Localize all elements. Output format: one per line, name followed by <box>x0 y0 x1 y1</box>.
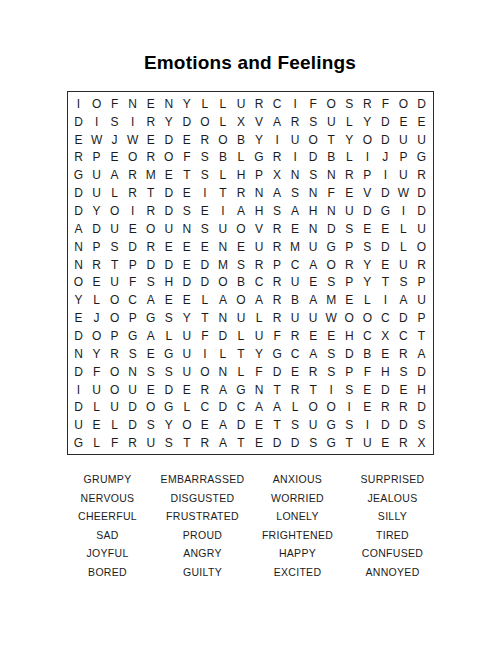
grid-cell[interactable]: O <box>142 398 160 416</box>
grid-cell[interactable]: E <box>232 238 250 256</box>
grid-cell[interactable]: N <box>304 184 322 202</box>
grid-cell[interactable]: R <box>196 131 214 149</box>
grid-cell[interactable]: R <box>268 149 286 167</box>
grid-cell[interactable]: P <box>106 327 124 345</box>
grid-cell[interactable]: F <box>376 95 394 113</box>
grid-cell[interactable]: D <box>124 398 142 416</box>
grid-cell[interactable]: E <box>142 95 160 113</box>
grid-cell[interactable]: S <box>142 363 160 381</box>
grid-cell[interactable]: P <box>88 238 106 256</box>
grid-cell[interactable]: U <box>142 434 160 452</box>
grid-cell[interactable]: D <box>214 398 232 416</box>
grid-cell[interactable]: U <box>178 345 196 363</box>
grid-cell[interactable]: V <box>358 184 376 202</box>
grid-cell[interactable]: U <box>214 220 232 238</box>
grid-cell[interactable]: E <box>178 381 196 399</box>
grid-cell[interactable]: L <box>196 95 214 113</box>
grid-cell[interactable]: Y <box>358 274 376 292</box>
grid-cell[interactable]: R <box>340 166 358 184</box>
grid-cell[interactable]: O <box>304 398 322 416</box>
grid-cell[interactable]: C <box>376 309 394 327</box>
grid-cell[interactable]: G <box>70 166 88 184</box>
grid-cell[interactable]: L <box>340 113 358 131</box>
grid-cell[interactable]: R <box>268 220 286 238</box>
grid-cell[interactable]: E <box>376 345 394 363</box>
grid-cell[interactable]: E <box>88 274 106 292</box>
grid-cell[interactable]: D <box>412 184 430 202</box>
grid-cell[interactable]: M <box>322 291 340 309</box>
grid-cell[interactable]: C <box>286 345 304 363</box>
grid-cell[interactable]: F <box>304 95 322 113</box>
grid-cell[interactable]: D <box>394 309 412 327</box>
grid-cell[interactable]: D <box>268 434 286 452</box>
grid-cell[interactable]: D <box>322 220 340 238</box>
grid-cell[interactable]: T <box>178 434 196 452</box>
grid-cell[interactable]: O <box>232 220 250 238</box>
grid-cell[interactable]: E <box>358 220 376 238</box>
grid-cell[interactable]: E <box>340 184 358 202</box>
grid-cell[interactable]: G <box>322 416 340 434</box>
grid-cell[interactable]: G <box>142 309 160 327</box>
grid-cell[interactable]: Y <box>178 309 196 327</box>
grid-cell[interactable]: N <box>70 238 88 256</box>
grid-cell[interactable]: L <box>358 291 376 309</box>
grid-cell[interactable]: N <box>70 345 88 363</box>
grid-cell[interactable]: U <box>394 166 412 184</box>
grid-cell[interactable]: M <box>286 238 304 256</box>
grid-cell[interactable]: N <box>214 309 232 327</box>
grid-cell[interactable]: L <box>88 398 106 416</box>
grid-cell[interactable]: F <box>106 95 124 113</box>
grid-cell[interactable]: P <box>394 149 412 167</box>
grid-cell[interactable]: A <box>106 166 124 184</box>
grid-cell[interactable]: O <box>358 309 376 327</box>
grid-cell[interactable]: S <box>106 238 124 256</box>
grid-cell[interactable]: G <box>322 238 340 256</box>
grid-cell[interactable]: L <box>214 113 232 131</box>
grid-cell[interactable]: O <box>178 416 196 434</box>
grid-cell[interactable]: D <box>376 381 394 399</box>
grid-cell[interactable]: I <box>322 381 340 399</box>
grid-cell[interactable]: R <box>124 434 142 452</box>
grid-cell[interactable]: O <box>196 363 214 381</box>
grid-cell[interactable]: D <box>70 202 88 220</box>
grid-cell[interactable]: D <box>268 363 286 381</box>
grid-cell[interactable]: P <box>340 274 358 292</box>
grid-cell[interactable]: Y <box>358 256 376 274</box>
grid-cell[interactable]: I <box>196 184 214 202</box>
grid-cell[interactable]: Y <box>250 345 268 363</box>
grid-cell[interactable]: L <box>394 220 412 238</box>
grid-cell[interactable]: O <box>70 274 88 292</box>
grid-cell[interactable]: D <box>394 416 412 434</box>
grid-cell[interactable]: D <box>160 131 178 149</box>
grid-cell[interactable]: E <box>160 166 178 184</box>
grid-cell[interactable]: Y <box>178 95 196 113</box>
grid-cell[interactable]: N <box>178 220 196 238</box>
grid-cell[interactable]: T <box>268 416 286 434</box>
grid-cell[interactable]: L <box>88 291 106 309</box>
grid-cell[interactable]: E <box>196 416 214 434</box>
grid-cell[interactable]: R <box>412 256 430 274</box>
grid-cell[interactable]: N <box>124 363 142 381</box>
grid-cell[interactable]: T <box>232 434 250 452</box>
grid-cell[interactable]: R <box>286 113 304 131</box>
grid-cell[interactable]: N <box>322 166 340 184</box>
grid-cell[interactable]: L <box>214 166 232 184</box>
grid-cell[interactable]: B <box>358 345 376 363</box>
grid-cell[interactable]: U <box>340 202 358 220</box>
grid-cell[interactable]: Y <box>88 202 106 220</box>
grid-cell[interactable]: U <box>412 291 430 309</box>
grid-cell[interactable]: S <box>412 416 430 434</box>
grid-cell[interactable]: D <box>412 202 430 220</box>
grid-cell[interactable]: G <box>322 434 340 452</box>
grid-cell[interactable]: A <box>286 202 304 220</box>
grid-cell[interactable]: T <box>142 184 160 202</box>
grid-cell[interactable]: L <box>232 149 250 167</box>
grid-cell[interactable]: U <box>124 381 142 399</box>
grid-cell[interactable]: S <box>196 166 214 184</box>
grid-cell[interactable]: S <box>160 309 178 327</box>
grid-cell[interactable]: Y <box>340 131 358 149</box>
grid-cell[interactable]: C <box>286 256 304 274</box>
grid-cell[interactable]: I <box>286 95 304 113</box>
grid-cell[interactable]: R <box>340 256 358 274</box>
grid-cell[interactable]: O <box>358 131 376 149</box>
grid-cell[interactable]: U <box>232 95 250 113</box>
grid-cell[interactable]: H <box>412 381 430 399</box>
grid-cell[interactable]: E <box>178 184 196 202</box>
grid-cell[interactable]: I <box>394 202 412 220</box>
grid-cell[interactable]: E <box>340 291 358 309</box>
grid-cell[interactable]: I <box>286 149 304 167</box>
grid-cell[interactable]: O <box>160 149 178 167</box>
grid-cell[interactable]: E <box>304 327 322 345</box>
grid-cell[interactable]: E <box>124 220 142 238</box>
grid-cell[interactable]: U <box>304 309 322 327</box>
grid-cell[interactable]: R <box>268 274 286 292</box>
grid-cell[interactable]: V <box>250 113 268 131</box>
grid-cell[interactable]: I <box>214 202 232 220</box>
grid-cell[interactable]: E <box>196 202 214 220</box>
grid-cell[interactable]: U <box>106 274 124 292</box>
grid-cell[interactable]: R <box>268 291 286 309</box>
grid-cell[interactable]: D <box>70 398 88 416</box>
grid-cell[interactable]: D <box>376 131 394 149</box>
grid-cell[interactable]: H <box>160 274 178 292</box>
grid-cell[interactable]: D <box>376 416 394 434</box>
grid-cell[interactable]: D <box>178 113 196 131</box>
grid-cell[interactable]: S <box>394 363 412 381</box>
grid-cell[interactable]: E <box>358 381 376 399</box>
grid-cell[interactable]: A <box>142 327 160 345</box>
grid-cell[interactable]: O <box>340 309 358 327</box>
grid-cell[interactable]: S <box>232 256 250 274</box>
grid-cell[interactable]: L <box>88 434 106 452</box>
grid-cell[interactable]: D <box>124 416 142 434</box>
grid-cell[interactable]: U <box>88 166 106 184</box>
grid-cell[interactable]: O <box>322 256 340 274</box>
grid-cell[interactable]: E <box>88 416 106 434</box>
grid-cell[interactable]: N <box>304 220 322 238</box>
grid-cell[interactable]: I <box>70 95 88 113</box>
grid-cell[interactable]: R <box>376 398 394 416</box>
grid-cell[interactable]: L <box>178 398 196 416</box>
grid-cell[interactable]: B <box>322 149 340 167</box>
grid-cell[interactable]: U <box>412 131 430 149</box>
grid-cell[interactable]: L <box>286 398 304 416</box>
grid-cell[interactable]: R <box>286 381 304 399</box>
grid-cell[interactable]: P <box>124 309 142 327</box>
grid-cell[interactable]: T <box>322 131 340 149</box>
grid-cell[interactable]: D <box>412 95 430 113</box>
grid-cell[interactable]: Y <box>160 416 178 434</box>
grid-cell[interactable]: R <box>268 238 286 256</box>
grid-cell[interactable]: D <box>214 327 232 345</box>
grid-cell[interactable]: D <box>124 238 142 256</box>
grid-cell[interactable]: Y <box>160 113 178 131</box>
grid-cell[interactable]: F <box>88 363 106 381</box>
grid-cell[interactable]: E <box>376 434 394 452</box>
grid-cell[interactable]: S <box>160 434 178 452</box>
grid-cell[interactable]: O <box>106 291 124 309</box>
grid-cell[interactable]: Y <box>358 113 376 131</box>
grid-cell[interactable]: C <box>124 291 142 309</box>
grid-cell[interactable]: D <box>70 327 88 345</box>
grid-cell[interactable]: M <box>142 166 160 184</box>
grid-cell[interactable]: E <box>178 291 196 309</box>
grid-cell[interactable]: R <box>394 398 412 416</box>
grid-cell[interactable]: O <box>106 363 124 381</box>
grid-cell[interactable]: A <box>268 184 286 202</box>
grid-cell[interactable]: T <box>304 381 322 399</box>
grid-cell[interactable]: U <box>88 381 106 399</box>
grid-cell[interactable]: E <box>376 220 394 238</box>
grid-cell[interactable]: U <box>322 113 340 131</box>
grid-cell[interactable]: C <box>394 327 412 345</box>
grid-cell[interactable]: E <box>70 131 88 149</box>
grid-cell[interactable]: E <box>178 131 196 149</box>
grid-cell[interactable]: I <box>376 291 394 309</box>
grid-cell[interactable]: D <box>340 345 358 363</box>
grid-cell[interactable]: E <box>160 291 178 309</box>
grid-cell[interactable]: A <box>250 291 268 309</box>
grid-cell[interactable]: H <box>340 327 358 345</box>
grid-cell[interactable]: H <box>376 363 394 381</box>
grid-cell[interactable]: E <box>394 381 412 399</box>
grid-cell[interactable]: A <box>304 291 322 309</box>
grid-cell[interactable]: L <box>214 95 232 113</box>
grid-cell[interactable]: B <box>232 274 250 292</box>
grid-cell[interactable]: G <box>376 202 394 220</box>
grid-cell[interactable]: U <box>394 131 412 149</box>
grid-cell[interactable]: G <box>232 381 250 399</box>
grid-cell[interactable]: A <box>214 291 232 309</box>
grid-cell[interactable]: Y <box>70 291 88 309</box>
grid-cell[interactable]: S <box>304 166 322 184</box>
grid-cell[interactable]: S <box>340 220 358 238</box>
grid-cell[interactable]: R <box>124 166 142 184</box>
grid-cell[interactable]: U <box>358 434 376 452</box>
grid-cell[interactable]: E <box>394 113 412 131</box>
grid-cell[interactable]: S <box>124 345 142 363</box>
grid-cell[interactable]: D <box>70 113 88 131</box>
grid-cell[interactable]: T <box>232 345 250 363</box>
grid-cell[interactable]: S <box>142 274 160 292</box>
grid-cell[interactable]: E <box>286 220 304 238</box>
grid-cell[interactable]: D <box>70 184 88 202</box>
grid-cell[interactable]: O <box>196 113 214 131</box>
grid-cell[interactable]: O <box>214 274 232 292</box>
grid-cell[interactable]: S <box>160 363 178 381</box>
grid-cell[interactable]: I <box>88 113 106 131</box>
grid-cell[interactable]: P <box>358 166 376 184</box>
grid-cell[interactable]: S <box>340 95 358 113</box>
grid-cell[interactable]: E <box>358 398 376 416</box>
grid-cell[interactable]: A <box>142 291 160 309</box>
grid-cell[interactable]: D <box>358 202 376 220</box>
grid-cell[interactable]: S <box>304 113 322 131</box>
grid-cell[interactable]: U <box>178 327 196 345</box>
grid-cell[interactable]: N <box>286 166 304 184</box>
grid-cell[interactable]: R <box>304 363 322 381</box>
grid-cell[interactable]: R <box>196 434 214 452</box>
grid-cell[interactable]: R <box>142 113 160 131</box>
grid-cell[interactable]: S <box>268 202 286 220</box>
grid-cell[interactable]: R <box>124 184 142 202</box>
grid-cell[interactable]: R <box>142 238 160 256</box>
grid-cell[interactable]: S <box>178 202 196 220</box>
grid-cell[interactable]: E <box>106 149 124 167</box>
grid-cell[interactable]: P <box>268 256 286 274</box>
grid-cell[interactable]: B <box>214 149 232 167</box>
grid-cell[interactable]: S <box>286 416 304 434</box>
grid-cell[interactable]: E <box>160 238 178 256</box>
grid-cell[interactable]: O <box>88 95 106 113</box>
grid-cell[interactable]: A <box>412 345 430 363</box>
grid-cell[interactable]: G <box>160 398 178 416</box>
grid-cell[interactable]: U <box>250 238 268 256</box>
grid-cell[interactable]: F <box>268 327 286 345</box>
grid-cell[interactable]: R <box>250 256 268 274</box>
grid-cell[interactable]: N <box>322 202 340 220</box>
grid-cell[interactable]: E <box>250 434 268 452</box>
grid-cell[interactable]: A <box>250 398 268 416</box>
grid-cell[interactable]: E <box>142 131 160 149</box>
grid-cell[interactable]: P <box>250 166 268 184</box>
grid-cell[interactable]: S <box>106 113 124 131</box>
grid-cell[interactable]: U <box>304 416 322 434</box>
grid-cell[interactable]: S <box>358 238 376 256</box>
grid-cell[interactable]: S <box>286 184 304 202</box>
grid-cell[interactable]: N <box>70 256 88 274</box>
grid-cell[interactable]: G <box>160 345 178 363</box>
grid-cell[interactable]: E <box>322 327 340 345</box>
grid-cell[interactable]: Y <box>88 345 106 363</box>
grid-cell[interactable]: L <box>160 327 178 345</box>
grid-cell[interactable]: I <box>340 398 358 416</box>
grid-cell[interactable]: U <box>286 309 304 327</box>
grid-cell[interactable]: R <box>358 95 376 113</box>
grid-cell[interactable]: D <box>178 274 196 292</box>
grid-cell[interactable]: S <box>196 149 214 167</box>
grid-cell[interactable]: T <box>214 184 232 202</box>
grid-cell[interactable]: P <box>88 149 106 167</box>
grid-cell[interactable]: O <box>106 202 124 220</box>
grid-cell[interactable]: T <box>196 309 214 327</box>
grid-cell[interactable]: B <box>286 291 304 309</box>
grid-cell[interactable]: B <box>232 131 250 149</box>
grid-cell[interactable]: L <box>340 149 358 167</box>
grid-cell[interactable]: O <box>412 238 430 256</box>
grid-cell[interactable]: T <box>178 166 196 184</box>
grid-cell[interactable]: R <box>394 345 412 363</box>
grid-cell[interactable]: A <box>394 291 412 309</box>
grid-cell[interactable]: D <box>376 238 394 256</box>
grid-cell[interactable]: A <box>268 398 286 416</box>
grid-cell[interactable]: T <box>268 381 286 399</box>
grid-cell[interactable]: T <box>412 327 430 345</box>
grid-cell[interactable]: F <box>124 274 142 292</box>
grid-cell[interactable]: I <box>196 345 214 363</box>
grid-cell[interactable]: I <box>358 416 376 434</box>
grid-cell[interactable]: N <box>124 95 142 113</box>
grid-cell[interactable]: R <box>412 166 430 184</box>
grid-cell[interactable]: U <box>160 220 178 238</box>
grid-cell[interactable]: X <box>412 434 430 452</box>
grid-cell[interactable]: D <box>412 398 430 416</box>
grid-cell[interactable]: L <box>232 327 250 345</box>
grid-cell[interactable]: P <box>124 256 142 274</box>
grid-cell[interactable]: E <box>178 256 196 274</box>
grid-cell[interactable]: S <box>196 220 214 238</box>
grid-cell[interactable]: U <box>88 184 106 202</box>
grid-cell[interactable]: P <box>340 238 358 256</box>
grid-cell[interactable]: O <box>322 95 340 113</box>
grid-cell[interactable]: J <box>106 131 124 149</box>
grid-cell[interactable]: O <box>142 220 160 238</box>
grid-cell[interactable]: O <box>124 149 142 167</box>
grid-cell[interactable]: U <box>250 327 268 345</box>
grid-cell[interactable]: C <box>250 274 268 292</box>
grid-cell[interactable]: G <box>124 327 142 345</box>
grid-cell[interactable]: U <box>412 220 430 238</box>
grid-cell[interactable]: W <box>88 131 106 149</box>
grid-cell[interactable]: C <box>196 398 214 416</box>
grid-cell[interactable]: D <box>160 202 178 220</box>
grid-cell[interactable]: N <box>250 381 268 399</box>
grid-cell[interactable]: X <box>376 327 394 345</box>
grid-cell[interactable]: S <box>142 416 160 434</box>
grid-cell[interactable]: A <box>268 113 286 131</box>
grid-cell[interactable]: U <box>304 238 322 256</box>
grid-cell[interactable]: E <box>250 416 268 434</box>
grid-cell[interactable]: N <box>214 238 232 256</box>
grid-cell[interactable]: L <box>250 309 268 327</box>
grid-cell[interactable]: H <box>250 202 268 220</box>
grid-cell[interactable]: R <box>232 184 250 202</box>
grid-cell[interactable]: U <box>232 309 250 327</box>
grid-cell[interactable]: A <box>214 416 232 434</box>
grid-cell[interactable]: R <box>88 256 106 274</box>
grid-cell[interactable]: L <box>196 291 214 309</box>
grid-cell[interactable]: A <box>304 256 322 274</box>
grid-cell[interactable]: F <box>196 327 214 345</box>
grid-cell[interactable]: I <box>268 131 286 149</box>
grid-cell[interactable]: Y <box>250 131 268 149</box>
grid-cell[interactable]: L <box>232 363 250 381</box>
